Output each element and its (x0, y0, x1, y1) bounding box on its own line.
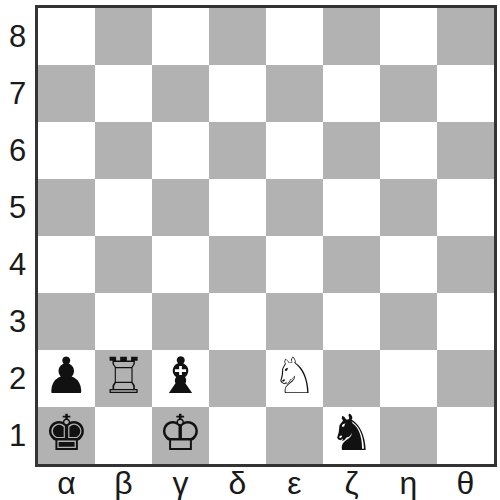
square-a7[interactable] (38, 65, 95, 122)
file-label-d: δ (209, 465, 266, 500)
square-b7[interactable] (95, 65, 152, 122)
file-label-h: θ (437, 465, 494, 500)
square-e3[interactable] (266, 293, 323, 350)
white-rook-piece: ♖ (101, 348, 146, 405)
square-e2[interactable]: ♘ (266, 350, 323, 407)
square-c5[interactable] (152, 179, 209, 236)
square-d4[interactable] (209, 236, 266, 293)
square-f8[interactable] (323, 8, 380, 65)
square-g1[interactable] (380, 407, 437, 464)
square-b5[interactable] (95, 179, 152, 236)
square-f3[interactable] (323, 293, 380, 350)
square-e8[interactable] (266, 8, 323, 65)
square-e7[interactable] (266, 65, 323, 122)
square-c3[interactable] (152, 293, 209, 350)
square-h3[interactable] (437, 293, 494, 350)
rank-label-5: 5 (0, 179, 35, 236)
square-a6[interactable] (38, 122, 95, 179)
square-g8[interactable] (380, 8, 437, 65)
square-b1[interactable] (95, 407, 152, 464)
square-d7[interactable] (209, 65, 266, 122)
square-b6[interactable] (95, 122, 152, 179)
square-a4[interactable] (38, 236, 95, 293)
square-b4[interactable] (95, 236, 152, 293)
square-d6[interactable] (209, 122, 266, 179)
square-d3[interactable] (209, 293, 266, 350)
square-g2[interactable] (380, 350, 437, 407)
file-label-a: α (38, 465, 95, 500)
square-b2[interactable]: ♖ (95, 350, 152, 407)
square-d2[interactable] (209, 350, 266, 407)
black-knight-piece: ♞ (329, 405, 374, 462)
square-g6[interactable] (380, 122, 437, 179)
square-g5[interactable] (380, 179, 437, 236)
file-labels: αβγδεζηθ (38, 465, 494, 500)
square-a5[interactable] (38, 179, 95, 236)
square-d5[interactable] (209, 179, 266, 236)
file-label-f: ζ (323, 465, 380, 500)
square-f1[interactable]: ♞ (323, 407, 380, 464)
black-pawn-piece: ♟ (44, 348, 89, 405)
rank-label-3: 3 (0, 293, 35, 350)
rank-labels: 87654321 (0, 8, 35, 464)
chess-board: ♟♖♝♘♚♔♞ (35, 5, 497, 467)
square-a8[interactable] (38, 8, 95, 65)
square-f7[interactable] (323, 65, 380, 122)
rank-label-7: 7 (0, 65, 35, 122)
square-h1[interactable] (437, 407, 494, 464)
rank-label-1: 1 (0, 407, 35, 464)
square-h7[interactable] (437, 65, 494, 122)
square-b8[interactable] (95, 8, 152, 65)
square-c7[interactable] (152, 65, 209, 122)
square-e5[interactable] (266, 179, 323, 236)
square-e1[interactable] (266, 407, 323, 464)
file-label-b: β (95, 465, 152, 500)
file-label-g: η (380, 465, 437, 500)
rank-label-4: 4 (0, 236, 35, 293)
white-king-piece: ♔ (158, 405, 203, 462)
square-d1[interactable] (209, 407, 266, 464)
file-label-c: γ (152, 465, 209, 500)
square-d8[interactable] (209, 8, 266, 65)
square-g7[interactable] (380, 65, 437, 122)
square-f4[interactable] (323, 236, 380, 293)
square-h2[interactable] (437, 350, 494, 407)
rank-label-8: 8 (0, 8, 35, 65)
square-a1[interactable]: ♚ (38, 407, 95, 464)
black-king-piece: ♚ (44, 405, 89, 462)
square-f2[interactable] (323, 350, 380, 407)
rank-label-6: 6 (0, 122, 35, 179)
square-c8[interactable] (152, 8, 209, 65)
white-knight-piece: ♘ (272, 348, 317, 405)
square-c6[interactable] (152, 122, 209, 179)
square-h8[interactable] (437, 8, 494, 65)
square-b3[interactable] (95, 293, 152, 350)
square-h6[interactable] (437, 122, 494, 179)
square-c4[interactable] (152, 236, 209, 293)
square-h5[interactable] (437, 179, 494, 236)
square-f5[interactable] (323, 179, 380, 236)
chess-diagram: 87654321 ♟♖♝♘♚♔♞ αβγδεζηθ (0, 0, 500, 500)
square-a3[interactable] (38, 293, 95, 350)
square-c2[interactable]: ♝ (152, 350, 209, 407)
square-g3[interactable] (380, 293, 437, 350)
square-a2[interactable]: ♟ (38, 350, 95, 407)
square-e4[interactable] (266, 236, 323, 293)
square-e6[interactable] (266, 122, 323, 179)
square-c1[interactable]: ♔ (152, 407, 209, 464)
square-f6[interactable] (323, 122, 380, 179)
square-h4[interactable] (437, 236, 494, 293)
square-g4[interactable] (380, 236, 437, 293)
rank-label-2: 2 (0, 350, 35, 407)
file-label-e: ε (266, 465, 323, 500)
black-bishop-piece: ♝ (158, 348, 203, 405)
